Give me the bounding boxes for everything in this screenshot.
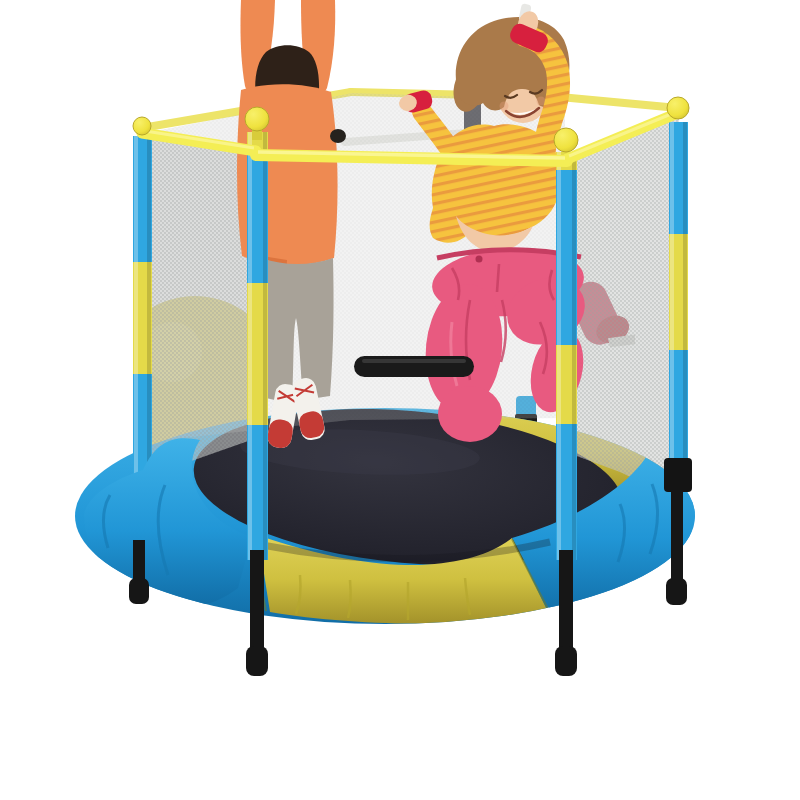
right-leg bbox=[671, 490, 683, 582]
pole-shade bbox=[572, 152, 576, 560]
product-photo-canvas bbox=[0, 0, 800, 800]
mid-right-pole bbox=[669, 122, 688, 478]
front-right-foot bbox=[555, 646, 577, 676]
pole-highlight bbox=[557, 152, 561, 560]
handlebar-highlight bbox=[362, 359, 466, 363]
pole-highlight bbox=[670, 122, 674, 478]
back-right-rail bbox=[560, 97, 678, 108]
front-left-cap bbox=[245, 107, 269, 131]
right-pole-bracket bbox=[664, 458, 692, 492]
front-left-leg bbox=[250, 550, 264, 650]
mid-left-cap bbox=[133, 117, 151, 135]
handlebar bbox=[354, 356, 474, 377]
pole-shade bbox=[147, 136, 151, 510]
left-leg-foot bbox=[129, 578, 149, 604]
mid-left-pole bbox=[133, 136, 152, 510]
right-leg-foot bbox=[666, 578, 687, 605]
right-child-blush bbox=[500, 102, 509, 111]
pole-highlight bbox=[134, 136, 138, 510]
front-left-foot bbox=[246, 646, 268, 676]
mid-right-cap bbox=[667, 97, 689, 119]
trampoline-scene bbox=[0, 0, 800, 800]
left-leg bbox=[133, 540, 145, 582]
pole-shade bbox=[263, 132, 267, 560]
front-right-leg bbox=[559, 550, 573, 650]
pole-highlight bbox=[248, 132, 252, 560]
left-child-wristband bbox=[330, 129, 346, 143]
pole-shade bbox=[683, 122, 687, 478]
pants-button bbox=[476, 256, 483, 263]
front-right-cap bbox=[554, 128, 578, 152]
